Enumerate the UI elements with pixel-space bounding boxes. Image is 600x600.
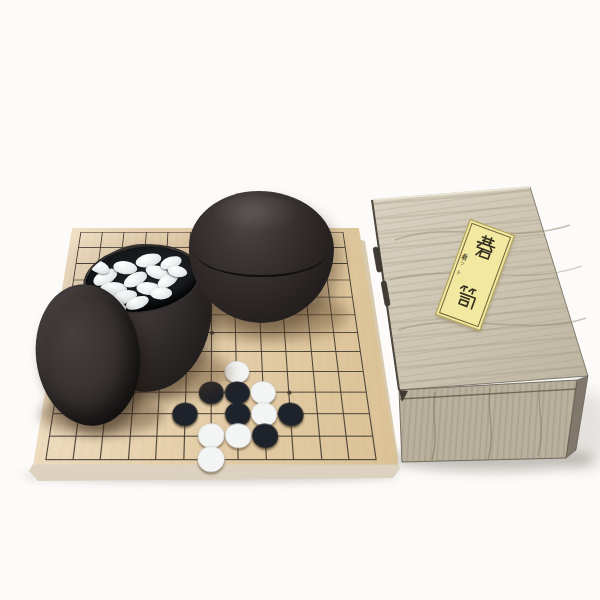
board-cell[interactable] <box>66 240 91 256</box>
board-cell[interactable] <box>34 425 65 448</box>
board-cell[interactable]: ● <box>251 425 279 448</box>
box-front-face <box>399 380 577 462</box>
board-cell[interactable] <box>361 448 392 472</box>
board-cell[interactable] <box>352 382 381 403</box>
lid-seam <box>196 228 327 278</box>
bowl-white-stone <box>150 287 173 300</box>
board-cell[interactable] <box>273 342 299 361</box>
black-stone[interactable]: ● <box>250 418 281 450</box>
board-cell[interactable] <box>327 382 355 403</box>
board-cell[interactable]: ● <box>277 403 305 425</box>
board-cell[interactable] <box>116 425 145 448</box>
board-cell[interactable] <box>333 240 358 256</box>
board-cell[interactable] <box>272 324 298 343</box>
board-cell[interactable] <box>331 225 355 240</box>
board-cell[interactable] <box>355 403 385 425</box>
board-cell[interactable] <box>279 448 308 472</box>
star-point <box>210 331 214 334</box>
board-cell[interactable] <box>135 225 158 240</box>
board-cell[interactable] <box>299 362 326 382</box>
board-cell[interactable]: ● <box>197 448 225 472</box>
board-cell[interactable] <box>274 362 301 382</box>
board-cell[interactable] <box>224 324 249 343</box>
board-cell[interactable] <box>358 425 388 448</box>
board-cell[interactable] <box>301 382 329 403</box>
board-cell[interactable] <box>329 403 358 425</box>
board-cell[interactable] <box>334 448 364 472</box>
board-cell[interactable] <box>305 425 334 448</box>
board-cell[interactable] <box>88 240 112 256</box>
board-cell[interactable] <box>61 425 91 448</box>
board-cell[interactable] <box>338 272 364 289</box>
board-cell[interactable] <box>331 425 361 448</box>
board-cell[interactable] <box>141 448 170 472</box>
board-cell[interactable] <box>303 403 332 425</box>
black-stone[interactable]: ● <box>197 376 226 406</box>
board-cell[interactable] <box>350 362 378 382</box>
board-cell[interactable] <box>249 342 275 361</box>
board-cell[interactable] <box>345 324 372 343</box>
board-cell[interactable] <box>320 324 347 343</box>
white-stone[interactable]: ● <box>196 441 227 475</box>
board-cell[interactable] <box>319 306 345 324</box>
black-stone[interactable]: ● <box>275 396 306 427</box>
board-cell[interactable] <box>307 448 337 472</box>
board-cell[interactable] <box>86 448 116 472</box>
board-cell[interactable] <box>342 306 369 324</box>
board-cell[interactable] <box>113 225 136 240</box>
board-cell[interactable] <box>336 255 361 271</box>
board-cell[interactable] <box>90 225 114 240</box>
board-cell[interactable] <box>113 448 142 472</box>
label-title: 碁笥 <box>470 220 471 221</box>
board-cell[interactable] <box>325 362 353 382</box>
board-cell[interactable] <box>68 225 92 240</box>
board-cell[interactable] <box>248 324 273 343</box>
label-kanji-go-art <box>470 231 501 262</box>
board-cell[interactable] <box>157 225 180 240</box>
board-cell[interactable] <box>296 324 322 343</box>
board-cell[interactable] <box>88 425 117 448</box>
black-stone[interactable]: ● <box>170 396 200 427</box>
board-cell[interactable] <box>63 255 88 271</box>
board-cell[interactable] <box>347 342 375 361</box>
board-cell[interactable]: ● <box>198 382 224 403</box>
board-cell[interactable] <box>143 425 171 448</box>
board-cell[interactable] <box>340 288 366 305</box>
board-cell[interactable]: ● <box>225 425 252 448</box>
board-cell[interactable] <box>169 448 197 472</box>
board-cell[interactable] <box>30 448 61 472</box>
go-set-photo: 碁笥 碁石セット ●●●●●●●●●●●● <box>0 0 600 600</box>
board-cell[interactable] <box>144 403 172 425</box>
board-cell[interactable]: ● <box>171 403 198 425</box>
board-cell[interactable] <box>298 342 325 361</box>
board-cell[interactable] <box>58 448 89 472</box>
board-cell[interactable] <box>322 342 349 361</box>
